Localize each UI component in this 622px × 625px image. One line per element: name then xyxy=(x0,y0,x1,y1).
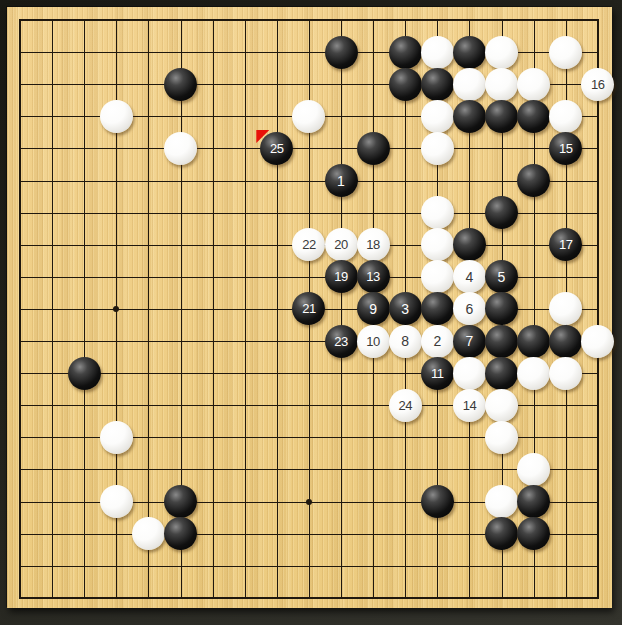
white-stone xyxy=(421,260,454,293)
white-stone xyxy=(421,100,454,133)
move-number-label: 8 xyxy=(401,334,409,348)
white-stone xyxy=(485,389,518,422)
black-stone: 1 xyxy=(325,164,358,197)
move-number-label: 23 xyxy=(334,335,347,348)
white-stone: 18 xyxy=(357,228,390,261)
go-board[interactable]: 162515122201817191345219362310827112414 xyxy=(7,7,612,608)
black-stone xyxy=(164,485,197,518)
move-number-label: 21 xyxy=(302,302,315,315)
black-stone xyxy=(68,357,101,390)
move-number-label: 2 xyxy=(433,334,441,348)
black-stone xyxy=(517,100,550,133)
black-stone: 9 xyxy=(357,292,390,325)
black-stone xyxy=(325,36,358,69)
white-stone xyxy=(453,357,486,390)
white-stone xyxy=(485,36,518,69)
black-stone xyxy=(453,36,486,69)
move-number-label: 11 xyxy=(431,367,444,380)
move-number-label: 25 xyxy=(270,142,283,155)
black-stone xyxy=(453,100,486,133)
black-stone xyxy=(421,485,454,518)
move-number-label: 10 xyxy=(366,335,379,348)
white-stone xyxy=(581,325,614,358)
white-stone xyxy=(485,485,518,518)
white-stone xyxy=(421,228,454,261)
grid-line-horizontal xyxy=(20,469,598,470)
star-point xyxy=(306,499,312,505)
black-stone: 3 xyxy=(389,292,422,325)
move-number-label: 4 xyxy=(465,270,473,284)
black-stone xyxy=(421,68,454,101)
white-stone: 16 xyxy=(581,68,614,101)
black-stone xyxy=(421,292,454,325)
move-number-label: 1 xyxy=(337,174,345,188)
white-stone xyxy=(100,421,133,454)
white-stone: 24 xyxy=(389,389,422,422)
move-number-label: 3 xyxy=(401,302,409,316)
black-stone xyxy=(517,164,550,197)
white-stone xyxy=(517,357,550,390)
black-stone: 7 xyxy=(453,325,486,358)
move-number-label: 9 xyxy=(369,302,377,316)
move-number-label: 18 xyxy=(366,238,379,251)
black-stone xyxy=(485,196,518,229)
black-stone xyxy=(453,228,486,261)
white-stone xyxy=(517,68,550,101)
white-stone xyxy=(453,68,486,101)
white-stone xyxy=(100,100,133,133)
move-number-label: 17 xyxy=(559,238,572,251)
grid-line-vertical xyxy=(341,20,342,598)
move-number-label: 13 xyxy=(366,270,379,283)
black-stone: 23 xyxy=(325,325,358,358)
move-number-label: 6 xyxy=(465,302,473,316)
white-stone xyxy=(164,132,197,165)
black-stone xyxy=(517,325,550,358)
white-stone: 14 xyxy=(453,389,486,422)
white-stone xyxy=(485,68,518,101)
white-stone xyxy=(132,517,165,550)
white-stone xyxy=(485,421,518,454)
go-diagram-window: 162515122201817191345219362310827112414 xyxy=(0,0,622,625)
move-number-label: 15 xyxy=(559,142,572,155)
move-number-label: 7 xyxy=(465,334,473,348)
black-stone xyxy=(517,485,550,518)
white-stone: 10 xyxy=(357,325,390,358)
move-number-label: 5 xyxy=(498,270,506,284)
black-stone: 25 xyxy=(260,132,293,165)
white-stone xyxy=(421,196,454,229)
white-stone: 2 xyxy=(421,325,454,358)
white-stone xyxy=(549,357,582,390)
black-stone xyxy=(485,100,518,133)
white-stone: 8 xyxy=(389,325,422,358)
white-stone: 20 xyxy=(325,228,358,261)
black-stone xyxy=(389,68,422,101)
move-number-label: 16 xyxy=(591,78,604,91)
black-stone xyxy=(389,36,422,69)
black-stone: 13 xyxy=(357,260,390,293)
white-stone xyxy=(549,100,582,133)
black-stone xyxy=(517,517,550,550)
black-stone xyxy=(485,357,518,390)
move-number-label: 24 xyxy=(398,399,411,412)
black-stone xyxy=(485,325,518,358)
grid-line-horizontal xyxy=(20,566,598,567)
white-stone xyxy=(421,36,454,69)
black-stone xyxy=(357,132,390,165)
black-stone: 19 xyxy=(325,260,358,293)
white-stone xyxy=(549,36,582,69)
move-number-label: 19 xyxy=(334,270,347,283)
move-number-label: 22 xyxy=(302,238,315,251)
white-stone xyxy=(421,132,454,165)
white-stone: 4 xyxy=(453,260,486,293)
white-stone xyxy=(100,485,133,518)
black-stone xyxy=(485,517,518,550)
white-stone xyxy=(517,453,550,486)
black-stone: 11 xyxy=(421,357,454,390)
black-stone: 15 xyxy=(549,132,582,165)
black-stone xyxy=(164,68,197,101)
white-stone xyxy=(292,100,325,133)
move-number-label: 14 xyxy=(463,399,476,412)
move-number-label: 20 xyxy=(334,238,347,251)
black-stone xyxy=(164,517,197,550)
black-stone xyxy=(549,325,582,358)
